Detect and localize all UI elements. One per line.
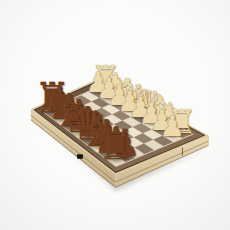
pieces-layer: ♜♞♝♛♚♝♞♜♟♟♟♟♟♟♟♟♟♟♟♟♟♟♟♟♜♞♝♛♚♝♞♜	[0, 0, 230, 230]
piece-white-pawn[interactable]: ♟	[158, 113, 186, 141]
product-photo: ♜♞♝♛♚♝♞♜♟♟♟♟♟♟♟♟♟♟♟♟♟♟♟♟♜♞♝♛♚♝♞♜	[0, 0, 230, 230]
piece-black-rook[interactable]: ♜	[96, 125, 137, 166]
